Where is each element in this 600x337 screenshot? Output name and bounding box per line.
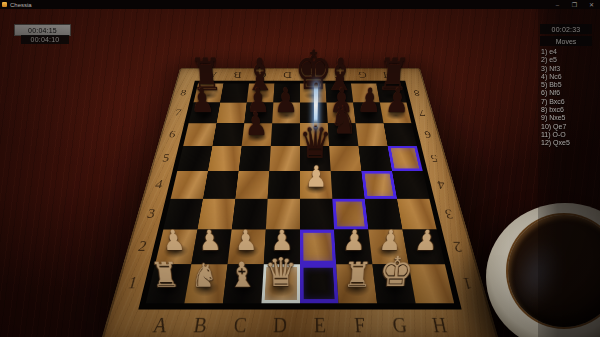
file-label-H: H [417, 314, 462, 337]
file-label-B: B [178, 314, 221, 337]
app-window: HGFEDCBA ABCDEFGH 87654321 12345678 ♜♝♚♝… [0, 0, 600, 337]
piece-white-pawn[interactable]: ♟ [305, 162, 328, 191]
file-label-E: E [300, 314, 341, 337]
move-entry: 1) e4 [541, 48, 599, 56]
piece-white-bishop[interactable]: ♝ [227, 258, 257, 292]
square-e3[interactable] [300, 199, 334, 230]
moves-list: 1) e42) e53) Nf34) Nc65) Bb56) Nf67) Bxc… [541, 48, 599, 148]
game-clock: 00:02:33 [540, 24, 592, 34]
piece-white-rook[interactable]: ♜ [343, 258, 373, 292]
moves-panel-title: Moves [540, 36, 592, 46]
game-scene: HGFEDCBA ABCDEFGH 87654321 12345678 ♜♝♚♝… [0, 0, 600, 337]
move-entry: 4) Nc6 [541, 73, 599, 81]
file-label-A: A [138, 314, 183, 337]
square-g1[interactable]: ♚ [372, 264, 415, 303]
black-clock: 00:04:10 [21, 35, 69, 44]
close-button[interactable]: ✕ [583, 1, 600, 8]
piece-white-pawn[interactable]: ♟ [414, 227, 440, 255]
rank-label-right-2: 2 [445, 238, 471, 255]
piece-white-rook[interactable]: ♜ [149, 258, 182, 292]
move-entry: 5) Bb5 [541, 81, 599, 89]
piece-white-knight[interactable]: ♞ [189, 259, 219, 292]
titlebar: Chessia – ❐ ✕ [0, 0, 600, 9]
file-label-C: C [219, 314, 261, 337]
minimize-button[interactable]: – [549, 2, 566, 8]
move-entry: 6) Nf6 [541, 89, 599, 97]
piece-white-pawn[interactable]: ♟ [161, 227, 187, 255]
file-labels-near: ABCDEFGH [137, 312, 463, 337]
rank-label-right-4: 4 [430, 178, 453, 192]
move-entry: 9) Nxe5 [541, 114, 599, 122]
square-h1[interactable] [409, 264, 454, 303]
app-icon [2, 2, 7, 7]
window-title: Chessia [10, 2, 549, 8]
move-entry: 8) bxc6 [541, 106, 599, 114]
file-label-D: D [259, 314, 300, 337]
piece-white-queen[interactable]: ♛ [264, 253, 297, 292]
file-label-F: F [339, 314, 381, 337]
move-entry: 3) Nf3 [541, 65, 599, 73]
piece-white-pawn[interactable]: ♟ [234, 227, 258, 255]
file-label-G: G [378, 314, 421, 337]
move-entry: 10) Qe7 [541, 123, 599, 131]
square-e1[interactable] [300, 264, 339, 303]
square-b1[interactable]: ♞ [184, 264, 227, 303]
square-d1[interactable]: ♛ [261, 264, 300, 303]
move-entry: 11) O-O [541, 131, 599, 139]
piece-white-king[interactable]: ♚ [378, 251, 416, 292]
piece-white-pawn[interactable]: ♟ [342, 227, 366, 255]
capture-beam-effect [314, 83, 318, 127]
square-c1[interactable]: ♝ [223, 264, 264, 303]
square-f1[interactable]: ♜ [336, 264, 377, 303]
move-entry: 7) Bxc6 [541, 98, 599, 106]
move-entry: 12) Qxe5 [541, 139, 599, 147]
move-entry: 2) e5 [541, 56, 599, 64]
maximize-button[interactable]: ❐ [566, 1, 583, 8]
square-e2[interactable] [300, 230, 336, 265]
piece-white-pawn[interactable]: ♟ [197, 227, 222, 255]
